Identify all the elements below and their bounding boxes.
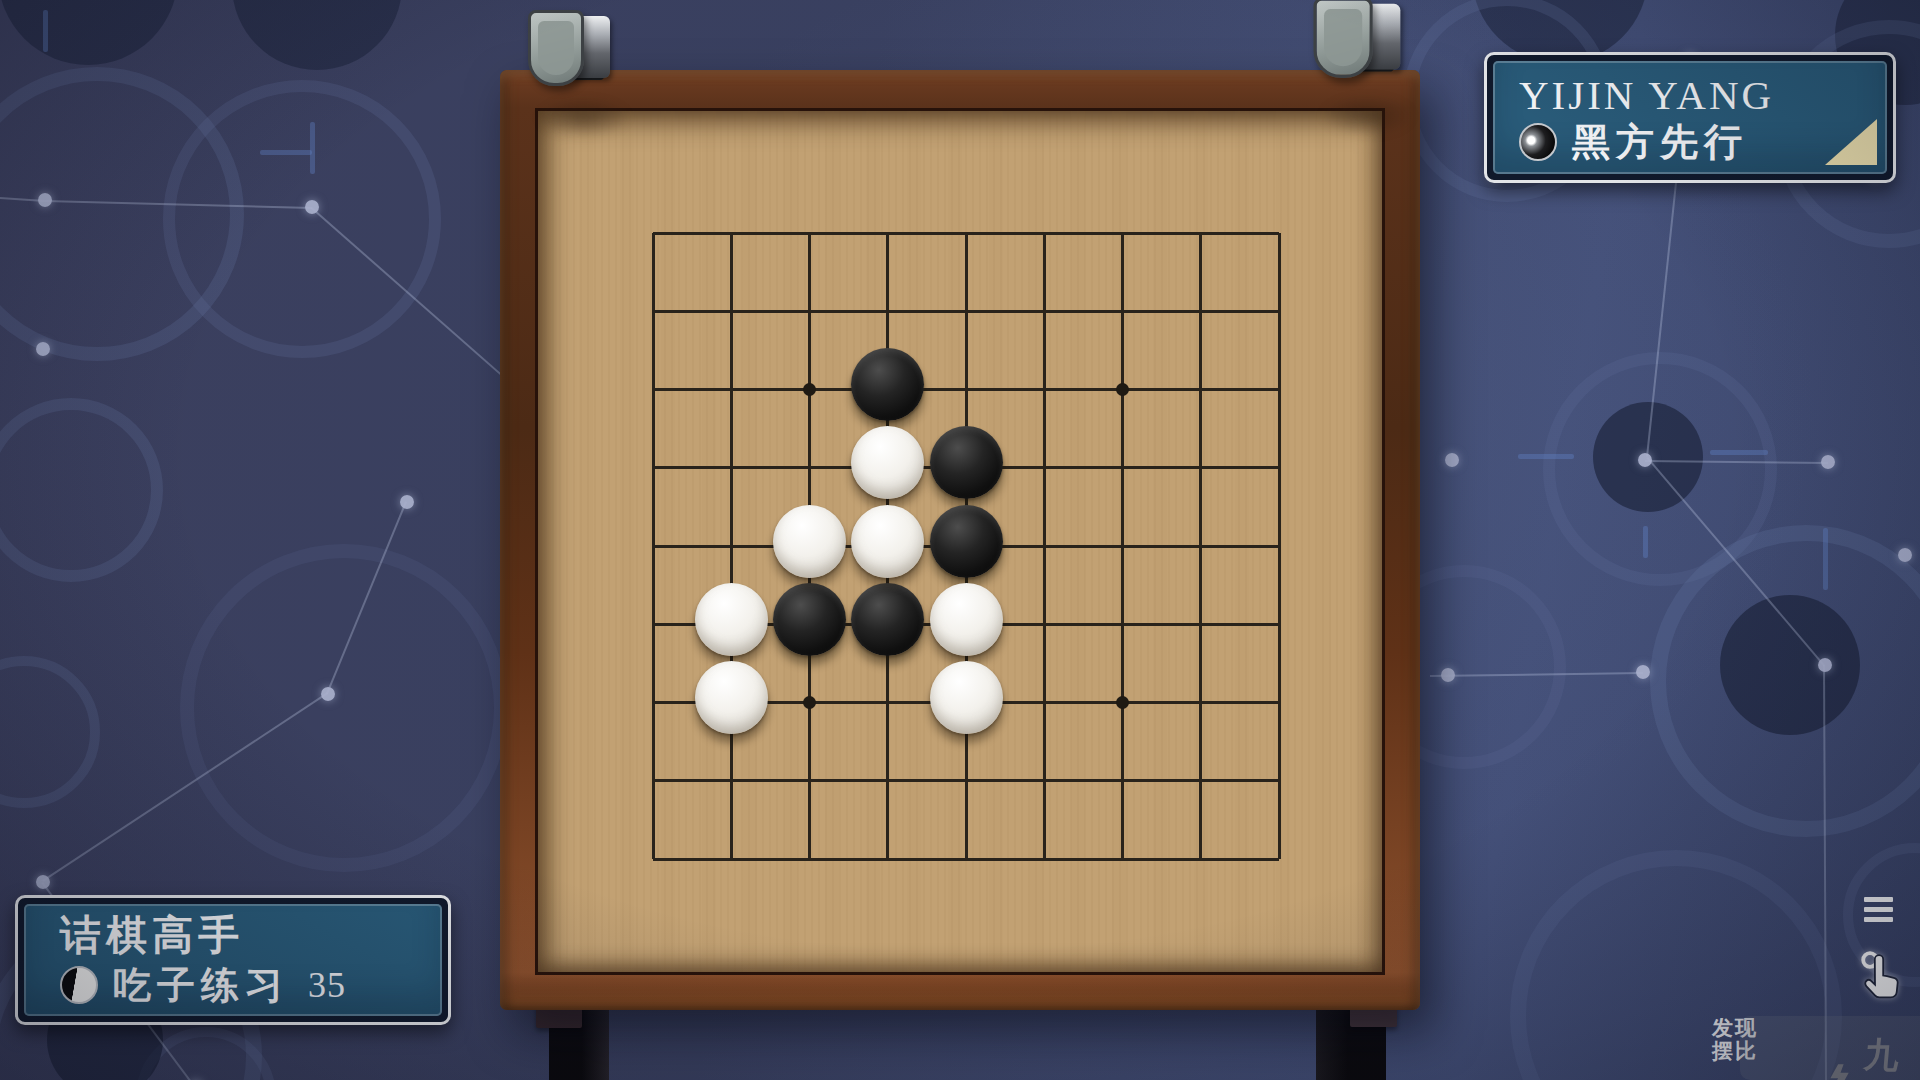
watermark: 九游 (1828, 1032, 1920, 1080)
level-panel-inner: 诘棋高手 吃子练习 35 (24, 904, 442, 1016)
stone-white-D5 (851, 505, 924, 578)
grid-line (1043, 233, 1046, 859)
stone-black-D4 (851, 583, 924, 656)
player-name: YIJIN YANG (1519, 74, 1887, 117)
clamp-front (1313, 0, 1372, 78)
watermark-logo-icon (1828, 1059, 1856, 1080)
stone-black-C4 (773, 583, 846, 656)
stone-white-D6 (851, 426, 924, 499)
star-point (1116, 383, 1129, 396)
tap-hand-icon (1856, 950, 1902, 1008)
stone-white-B3 (695, 661, 768, 734)
level-number: 35 (308, 964, 346, 1006)
stone-black-E6 (930, 426, 1003, 499)
turn-label: 黑方先行 (1572, 123, 1748, 161)
hamburger-icon (1864, 897, 1893, 902)
star-point (803, 696, 816, 709)
grid-line (1121, 233, 1124, 859)
mode-label: 吃子练习 (113, 966, 289, 1004)
stone-white-E3 (930, 661, 1003, 734)
stone-white-C5 (773, 505, 846, 578)
player-panel[interactable]: YIJIN YANG 黑方先行 (1484, 52, 1896, 183)
grid-line (653, 779, 1279, 782)
player-panel-inner: YIJIN YANG 黑方先行 (1493, 61, 1887, 174)
panel-corner-triangle-icon[interactable] (1825, 119, 1877, 165)
go-board-frame (500, 70, 1420, 1010)
level-title: 诘棋高手 (60, 914, 442, 957)
grid-line (1199, 233, 1202, 859)
watermark-text: 九游 (1858, 1032, 1920, 1080)
grid-line (1278, 233, 1281, 859)
level-panel: 诘棋高手 吃子练习 35 (15, 895, 451, 1025)
stone-white-B4 (695, 583, 768, 656)
menu-button[interactable] (1864, 897, 1894, 925)
app-root: YIJIN YANG 黑方先行 诘棋高手 吃子练习 35 (0, 0, 1920, 1080)
stone-black-E5 (930, 505, 1003, 578)
stone-black-D7 (851, 348, 924, 421)
star-point (803, 383, 816, 396)
black-stone-icon (1519, 123, 1557, 161)
half-stone-icon (60, 966, 98, 1004)
board-clamp-left (526, 10, 616, 96)
star-point (1116, 696, 1129, 709)
go-board[interactable] (535, 108, 1385, 975)
go-grid (653, 233, 1280, 860)
clamp-front (528, 10, 584, 86)
grid-line (653, 858, 1279, 861)
stone-white-E4 (930, 583, 1003, 656)
board-clamp-right (1311, 0, 1406, 89)
clamp-shadow-right (1320, 95, 1415, 137)
clamp-shadow-left (536, 97, 631, 139)
